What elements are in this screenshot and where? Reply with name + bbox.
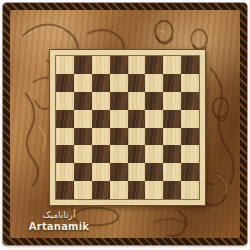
square-e6[interactable] [128,92,146,110]
square-c8[interactable] [92,56,110,74]
square-f4[interactable] [145,128,163,146]
square-c6[interactable] [92,92,110,110]
square-a3[interactable] [56,145,74,163]
square-e8[interactable] [128,56,146,74]
square-d3[interactable] [110,145,128,163]
square-h7[interactable] [181,74,199,92]
square-f3[interactable] [145,145,163,163]
square-f7[interactable] [145,74,163,92]
square-f5[interactable] [145,110,163,128]
square-a1[interactable] [56,181,74,199]
square-e5[interactable] [128,110,146,128]
square-d2[interactable] [110,163,128,181]
square-e7[interactable] [128,74,146,92]
square-f6[interactable] [145,92,163,110]
square-d6[interactable] [110,92,128,110]
square-h4[interactable] [181,128,199,146]
square-g6[interactable] [163,92,181,110]
square-f1[interactable] [145,181,163,199]
square-a5[interactable] [56,110,74,128]
square-h3[interactable] [181,145,199,163]
square-d7[interactable] [110,74,128,92]
square-a6[interactable] [56,92,74,110]
square-d4[interactable] [110,128,128,146]
square-h5[interactable] [181,110,199,128]
square-g4[interactable] [163,128,181,146]
square-c4[interactable] [92,128,110,146]
square-e3[interactable] [128,145,146,163]
square-g8[interactable] [163,56,181,74]
square-g2[interactable] [163,163,181,181]
square-c7[interactable] [92,74,110,92]
square-b1[interactable] [74,181,92,199]
square-b7[interactable] [74,74,92,92]
square-f8[interactable] [145,56,163,74]
square-c3[interactable] [92,145,110,163]
chess-grid [55,55,200,200]
square-h6[interactable] [181,92,199,110]
square-b5[interactable] [74,110,92,128]
square-c2[interactable] [92,163,110,181]
chess-board [49,49,206,206]
watermark: آرتانامیک Artanamik [26,210,92,234]
square-b2[interactable] [74,163,92,181]
square-e4[interactable] [128,128,146,146]
square-a8[interactable] [56,56,74,74]
watermark-latin: Artanamik [26,221,92,234]
square-c1[interactable] [92,181,110,199]
watermark-farsi: آرتانامیک [26,210,92,221]
square-d8[interactable] [110,56,128,74]
square-h2[interactable] [181,163,199,181]
square-b4[interactable] [74,128,92,146]
square-g1[interactable] [163,181,181,199]
square-d1[interactable] [110,181,128,199]
square-e1[interactable] [128,181,146,199]
square-b8[interactable] [74,56,92,74]
square-g3[interactable] [163,145,181,163]
square-g7[interactable] [163,74,181,92]
square-a7[interactable] [56,74,74,92]
square-g5[interactable] [163,110,181,128]
square-h1[interactable] [181,181,199,199]
square-b3[interactable] [74,145,92,163]
product-photo: آرتانامیک Artanamik [0,0,250,250]
square-e2[interactable] [128,163,146,181]
square-a4[interactable] [56,128,74,146]
square-b6[interactable] [74,92,92,110]
square-d5[interactable] [110,110,128,128]
square-h8[interactable] [181,56,199,74]
square-f2[interactable] [145,163,163,181]
square-a2[interactable] [56,163,74,181]
square-c5[interactable] [92,110,110,128]
